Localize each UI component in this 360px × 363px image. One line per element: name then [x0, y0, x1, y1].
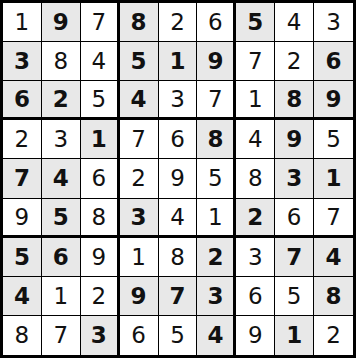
cell-r6c5[interactable]: 4 — [159, 199, 198, 238]
cell-r9c6[interactable]: 4 — [197, 316, 236, 355]
cell-r8c6[interactable]: 3 — [197, 277, 236, 316]
cell-r4c2[interactable]: 3 — [42, 120, 81, 159]
cell-r8c7[interactable]: 6 — [236, 277, 275, 316]
cell-r5c9[interactable]: 1 — [314, 159, 353, 198]
cell-r3c9[interactable]: 9 — [314, 81, 353, 120]
cell-r1c3[interactable]: 7 — [81, 3, 120, 42]
cell-r9c4[interactable]: 6 — [120, 316, 159, 355]
cell-r6c3[interactable]: 8 — [81, 199, 120, 238]
cell-r5c1[interactable]: 7 — [3, 159, 42, 198]
cell-r7c8[interactable]: 7 — [275, 238, 314, 277]
cell-r6c8[interactable]: 6 — [275, 199, 314, 238]
cell-r5c5[interactable]: 9 — [159, 159, 198, 198]
cell-r3c3[interactable]: 5 — [81, 81, 120, 120]
cell-r3c1[interactable]: 6 — [3, 81, 42, 120]
cell-r4c3[interactable]: 1 — [81, 120, 120, 159]
cell-r7c5[interactable]: 8 — [159, 238, 198, 277]
cell-r8c9[interactable]: 8 — [314, 277, 353, 316]
sudoku-board: 1978265433845197266254371892317684957462… — [0, 0, 356, 358]
cell-r7c9[interactable]: 4 — [314, 238, 353, 277]
cell-r6c7[interactable]: 2 — [236, 199, 275, 238]
cell-r7c1[interactable]: 5 — [3, 238, 42, 277]
cell-r5c4[interactable]: 2 — [120, 159, 159, 198]
cell-r4c9[interactable]: 5 — [314, 120, 353, 159]
cell-r9c9[interactable]: 2 — [314, 316, 353, 355]
cell-r2c8[interactable]: 2 — [275, 42, 314, 81]
cell-r4c4[interactable]: 7 — [120, 120, 159, 159]
cell-r1c9[interactable]: 3 — [314, 3, 353, 42]
cell-r9c2[interactable]: 7 — [42, 316, 81, 355]
cell-r8c8[interactable]: 5 — [275, 277, 314, 316]
cell-r3c4[interactable]: 4 — [120, 81, 159, 120]
cell-r2c9[interactable]: 6 — [314, 42, 353, 81]
cell-r6c1[interactable]: 9 — [3, 199, 42, 238]
cell-r3c5[interactable]: 3 — [159, 81, 198, 120]
cell-r8c3[interactable]: 2 — [81, 277, 120, 316]
cell-r2c5[interactable]: 1 — [159, 42, 198, 81]
cell-r6c2[interactable]: 5 — [42, 199, 81, 238]
cell-r7c4[interactable]: 1 — [120, 238, 159, 277]
cell-r4c7[interactable]: 4 — [236, 120, 275, 159]
cell-r9c8[interactable]: 1 — [275, 316, 314, 355]
cell-r2c1[interactable]: 3 — [3, 42, 42, 81]
cell-r7c3[interactable]: 9 — [81, 238, 120, 277]
cell-r8c1[interactable]: 4 — [3, 277, 42, 316]
cell-r4c5[interactable]: 6 — [159, 120, 198, 159]
cell-r6c4[interactable]: 3 — [120, 199, 159, 238]
cell-r5c3[interactable]: 6 — [81, 159, 120, 198]
cell-r2c4[interactable]: 5 — [120, 42, 159, 81]
cell-r7c7[interactable]: 3 — [236, 238, 275, 277]
cell-r5c8[interactable]: 3 — [275, 159, 314, 198]
cell-r1c6[interactable]: 6 — [197, 3, 236, 42]
cell-r3c6[interactable]: 7 — [197, 81, 236, 120]
cell-r9c1[interactable]: 8 — [3, 316, 42, 355]
cell-r1c7[interactable]: 5 — [236, 3, 275, 42]
cell-r9c5[interactable]: 5 — [159, 316, 198, 355]
cell-r1c1[interactable]: 1 — [3, 3, 42, 42]
cell-r5c2[interactable]: 4 — [42, 159, 81, 198]
cell-r7c2[interactable]: 6 — [42, 238, 81, 277]
cell-r3c7[interactable]: 1 — [236, 81, 275, 120]
cell-r7c6[interactable]: 2 — [197, 238, 236, 277]
cell-r1c5[interactable]: 2 — [159, 3, 198, 42]
cell-r8c4[interactable]: 9 — [120, 277, 159, 316]
cell-r9c7[interactable]: 9 — [236, 316, 275, 355]
cell-r1c8[interactable]: 4 — [275, 3, 314, 42]
cell-r4c6[interactable]: 8 — [197, 120, 236, 159]
cell-r2c6[interactable]: 9 — [197, 42, 236, 81]
cell-r3c8[interactable]: 8 — [275, 81, 314, 120]
cell-r6c9[interactable]: 7 — [314, 199, 353, 238]
cell-r2c3[interactable]: 4 — [81, 42, 120, 81]
cell-r5c6[interactable]: 5 — [197, 159, 236, 198]
cell-r5c7[interactable]: 8 — [236, 159, 275, 198]
cell-r6c6[interactable]: 1 — [197, 199, 236, 238]
cell-r1c4[interactable]: 8 — [120, 3, 159, 42]
cell-r1c2[interactable]: 9 — [42, 3, 81, 42]
cell-r4c1[interactable]: 2 — [3, 120, 42, 159]
cell-r8c2[interactable]: 1 — [42, 277, 81, 316]
cell-r2c2[interactable]: 8 — [42, 42, 81, 81]
cell-r4c8[interactable]: 9 — [275, 120, 314, 159]
cell-r9c3[interactable]: 3 — [81, 316, 120, 355]
cell-r8c5[interactable]: 7 — [159, 277, 198, 316]
cell-r2c7[interactable]: 7 — [236, 42, 275, 81]
cell-r3c2[interactable]: 2 — [42, 81, 81, 120]
